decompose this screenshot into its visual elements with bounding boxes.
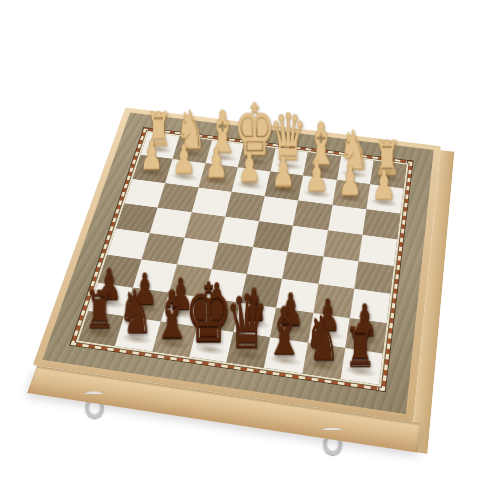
product-photo: ♜♞♝♚♛♝♞♜♟♟♟♟♟♟♟♟♟♟♟♟♟♟♟♟♜♞♝♚♛♝♞♜	[0, 0, 500, 500]
square-c5	[282, 252, 323, 284]
square-b5	[318, 256, 358, 288]
piece-white-pawn: ♟	[338, 164, 431, 204]
board-scene: ♜♞♝♚♛♝♞♜♟♟♟♟♟♟♟♟♟♟♟♟♟♟♟♟♜♞♝♚♛♝♞♜	[33, 108, 441, 423]
board-grid: ♜♞♝♚♛♝♞♜♟♟♟♟♟♟♟♟♟♟♟♟♟♟♟♟♜♞♝♚♛♝♞♜	[79, 132, 407, 384]
square-a8: ♜	[340, 348, 382, 385]
piece-black-rook: ♜	[308, 321, 413, 374]
chess-board: ♜♞♝♚♛♝♞♜♟♟♟♟♟♟♟♟♟♟♟♟♟♟♟♟♜♞♝♚♛♝♞♜	[33, 108, 441, 423]
square-a2: ♟	[366, 184, 403, 213]
square-d3	[259, 196, 298, 226]
